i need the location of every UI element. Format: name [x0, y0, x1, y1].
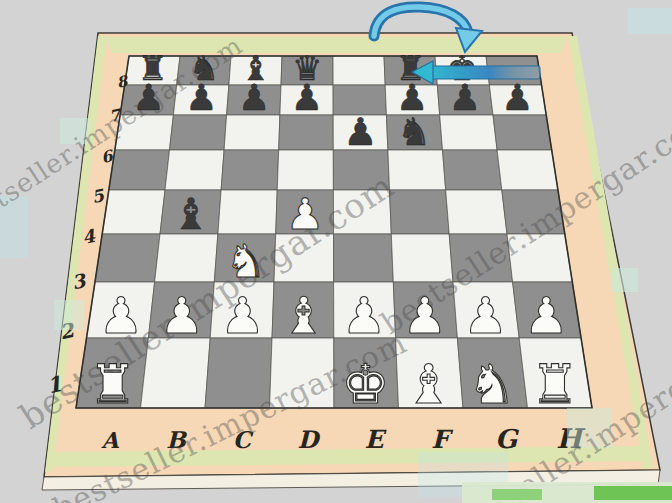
- square-c4: [218, 190, 277, 234]
- piece-black-pawn-e6: ♟: [343, 110, 377, 154]
- square-c5: [221, 150, 279, 190]
- piece-white-knight-g1: ♞: [468, 353, 516, 416]
- piece-white-knight-c3: ♞: [225, 234, 266, 288]
- piece-black-pawn-d7: ♟: [291, 77, 323, 118]
- piece-white-pawn-a2: ♟: [99, 287, 144, 345]
- square-a5: [109, 150, 170, 190]
- square-b3: [155, 234, 218, 282]
- chessboard: ABCDEFGH87654321bestseller.impergar.comb…: [0, 0, 672, 503]
- piece-black-pawn-c7: ♟: [238, 77, 270, 118]
- piece-white-rook-h1: ♜: [531, 353, 579, 416]
- piece-white-pawn-e2: ♟: [342, 287, 387, 345]
- piece-white-pawn-f2: ♟: [402, 287, 447, 345]
- piece-white-pawn-c2: ♟: [220, 287, 265, 345]
- piece-white-king-e1: ♚: [341, 353, 389, 416]
- piece-black-pawn-a7: ♟: [133, 77, 165, 118]
- file-label-d: D: [298, 425, 322, 454]
- piece-white-rook-a1: ♜: [89, 353, 137, 416]
- square-f5: [388, 150, 446, 190]
- square-a3: [95, 234, 160, 282]
- rook-castling-arrow: [428, 66, 540, 79]
- piece-white-pawn-g2: ♟: [463, 287, 508, 345]
- square-h6: [493, 115, 552, 150]
- highlight-block: [628, 8, 672, 34]
- square-d5: [277, 150, 333, 190]
- piece-white-pawn-d4: ♟: [286, 189, 325, 239]
- green-bar: [492, 489, 542, 500]
- piece-white-pawn-h2: ♟: [524, 287, 569, 345]
- green-bar: [594, 486, 672, 500]
- piece-white-pawn-b2: ♟: [159, 287, 204, 345]
- piece-black-pawn-b7: ♟: [185, 77, 217, 118]
- highlight-block: [54, 300, 84, 330]
- square-d6: [279, 115, 334, 150]
- square-b6: [170, 115, 227, 150]
- file-label-g: G: [495, 424, 519, 454]
- piece-black-bishop-b4: ♝: [172, 189, 211, 239]
- square-a4: [102, 190, 165, 234]
- file-label-a: A: [100, 427, 119, 453]
- square-h5: [497, 150, 558, 190]
- square-g6: [440, 115, 497, 150]
- highlight-block: [612, 268, 638, 292]
- square-b5: [165, 150, 224, 190]
- square-g5: [443, 150, 502, 190]
- square-g4: [446, 190, 507, 234]
- square-e3: [334, 234, 394, 282]
- frame-stripe-top: [104, 37, 566, 53]
- piece-white-bishop-d2: ♝: [281, 287, 326, 345]
- square-c6: [224, 115, 280, 150]
- piece-white-bishop-f1: ♝: [404, 353, 452, 416]
- piece-black-knight-f6: ♞: [397, 110, 431, 154]
- castling-diagram: ABCDEFGH87654321bestseller.impergar.comb…: [0, 0, 672, 503]
- piece-black-pawn-g7: ♟: [449, 77, 481, 118]
- piece-black-pawn-h7: ♟: [501, 77, 533, 118]
- square-e8: [333, 56, 385, 85]
